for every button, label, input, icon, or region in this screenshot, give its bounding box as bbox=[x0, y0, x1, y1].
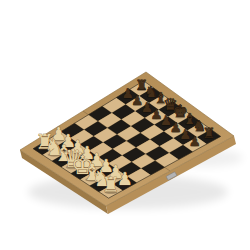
piece-black-rook-h8: ♜ bbox=[203, 125, 215, 141]
piece-black-pawn-h7: ♟ bbox=[189, 134, 201, 149]
chess-board-photo-svg: ♜♞♟♝♟♛♟♚♟♝♟♞♟♜♟♟♟♟♜♟♞♟♝♟♛♟♚♟♝♟♞♜ bbox=[0, 0, 250, 250]
product-photo-chess-set: ♜♞♟♝♟♛♟♚♟♝♟♞♟♜♟♟♟♟♜♟♞♟♝♟♛♟♚♟♝♟♞♜ bbox=[0, 0, 250, 250]
piece-white-rook-h1: ♜ bbox=[101, 173, 120, 197]
